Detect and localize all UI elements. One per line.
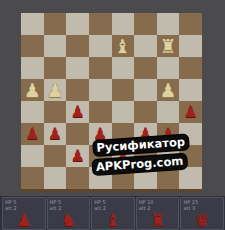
gold-bishop-piece[interactable]: ♝ — [114, 37, 131, 56]
red-pawn-piece[interactable]: ♟ — [70, 148, 84, 164]
unit-stats: HP 5att 2 — [94, 199, 106, 211]
unit-att-label: att 2 — [94, 205, 106, 211]
board-square[interactable] — [134, 101, 157, 123]
board-square[interactable] — [21, 35, 44, 57]
board-square[interactable] — [89, 35, 112, 57]
red-pawn-piece[interactable]: ♟ — [48, 126, 62, 142]
board-square[interactable] — [66, 123, 89, 145]
board-square[interactable] — [21, 13, 44, 35]
board-square[interactable] — [157, 57, 180, 79]
board-square[interactable]: ♟ — [179, 101, 202, 123]
board-square[interactable] — [89, 13, 112, 35]
board-square[interactable]: ♟ — [157, 79, 180, 101]
board-square[interactable]: ♟ — [21, 79, 44, 101]
unit-att-label: att 2 — [50, 205, 62, 211]
unit-card-1[interactable]: HP 5att 2♟ — [2, 197, 46, 230]
red-rook-unit: ♜ — [150, 212, 165, 229]
gold-pawn-piece[interactable]: ♟ — [46, 81, 63, 100]
board-square[interactable] — [44, 13, 67, 35]
board-square[interactable] — [134, 35, 157, 57]
red-knight-unit: ♞ — [61, 212, 76, 229]
board-square[interactable] — [134, 13, 157, 35]
unit-card-5[interactable]: HP 15att 3♛ — [180, 197, 224, 230]
game-screen: ♝♜♟♟♟♟♟♟♟♟♟♟♟♟ Русификатор APKProg.com H… — [0, 0, 225, 230]
board-square[interactable] — [66, 79, 89, 101]
board-square[interactable] — [179, 13, 202, 35]
watermark-sticker: Русификатор APKProg.com — [93, 131, 181, 175]
board-square[interactable] — [44, 145, 67, 167]
board-square[interactable] — [66, 167, 89, 189]
red-bishop-unit: ♝ — [105, 212, 120, 229]
board-square[interactable] — [112, 13, 135, 35]
board-square[interactable] — [134, 57, 157, 79]
board-square[interactable] — [134, 79, 157, 101]
board-square[interactable] — [21, 101, 44, 123]
board-square[interactable] — [66, 57, 89, 79]
board-square[interactable] — [44, 101, 67, 123]
red-pawn-unit: ♟ — [16, 212, 31, 229]
board-square[interactable] — [21, 57, 44, 79]
board-square[interactable] — [66, 13, 89, 35]
board-square[interactable] — [66, 35, 89, 57]
board-square[interactable] — [112, 79, 135, 101]
board-square[interactable] — [44, 57, 67, 79]
board-square[interactable] — [179, 35, 202, 57]
gold-pawn-piece[interactable]: ♟ — [24, 81, 41, 100]
board-square[interactable] — [179, 167, 202, 189]
board-square[interactable] — [112, 101, 135, 123]
board-square[interactable] — [44, 167, 67, 189]
board-square[interactable] — [179, 57, 202, 79]
unit-card-3[interactable]: HP 5att 2♝ — [91, 197, 135, 230]
red-pawn-piece[interactable]: ♟ — [25, 126, 39, 142]
board-square[interactable] — [89, 101, 112, 123]
red-pawn-piece[interactable]: ♟ — [184, 104, 198, 120]
unit-stats: HP 5att 2 — [5, 199, 17, 211]
red-pawn-piece[interactable]: ♟ — [70, 104, 84, 120]
unit-att-label: att 2 — [5, 205, 17, 211]
gold-pawn-piece[interactable]: ♟ — [160, 81, 177, 100]
board-square[interactable] — [44, 35, 67, 57]
board-square[interactable] — [89, 79, 112, 101]
board-square[interactable]: ♟ — [44, 123, 67, 145]
red-queen-unit: ♛ — [195, 212, 210, 229]
board-square[interactable] — [89, 57, 112, 79]
board-square[interactable]: ♝ — [112, 35, 135, 57]
board-square[interactable] — [157, 13, 180, 35]
board-square[interactable]: ♟ — [66, 101, 89, 123]
board-square[interactable] — [21, 145, 44, 167]
board-square[interactable] — [21, 167, 44, 189]
unit-stats: HP 5att 2 — [50, 199, 62, 211]
watermark-line1: Русификатор — [93, 134, 188, 156]
gold-rook-piece[interactable]: ♜ — [160, 37, 177, 56]
board-square[interactable]: ♟ — [66, 145, 89, 167]
unit-bar: HP 5att 2♟HP 5att 2♞HP 5att 2♝HP 10att 2… — [0, 196, 225, 230]
unit-card-2[interactable]: HP 5att 2♞ — [47, 197, 91, 230]
board-square[interactable]: ♟ — [44, 79, 67, 101]
board-square[interactable]: ♜ — [157, 35, 180, 57]
board-square[interactable] — [179, 79, 202, 101]
board-square[interactable] — [112, 57, 135, 79]
unit-card-4[interactable]: HP 10att 2♜ — [136, 197, 180, 230]
board-square[interactable]: ♟ — [21, 123, 44, 145]
board-square[interactable] — [157, 101, 180, 123]
